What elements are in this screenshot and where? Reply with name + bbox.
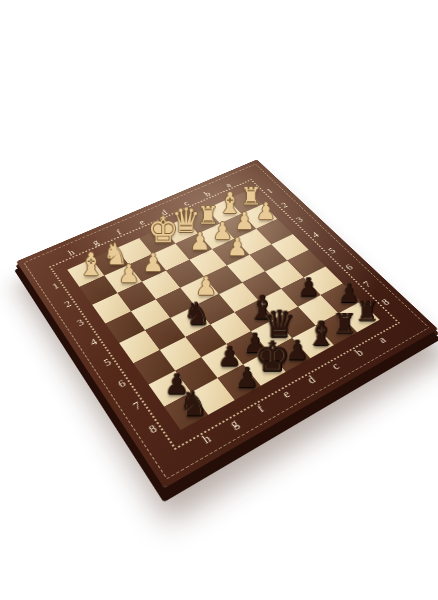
board-grid: hgfedcba1♝♞♚♛♜♝♜12♟♟♟♟♟♟23♟34♟45♞56♝♟67♟… [16,159,438,488]
chess-board: hgfedcba1♝♞♚♛♜♝♜12♟♟♟♟♟♟23♟34♟45♞56♝♟67♟… [16,159,438,488]
photo-background: hgfedcba1♝♞♚♛♜♝♜12♟♟♟♟♟♟23♟34♟45♞56♝♟67♟… [0,0,438,600]
